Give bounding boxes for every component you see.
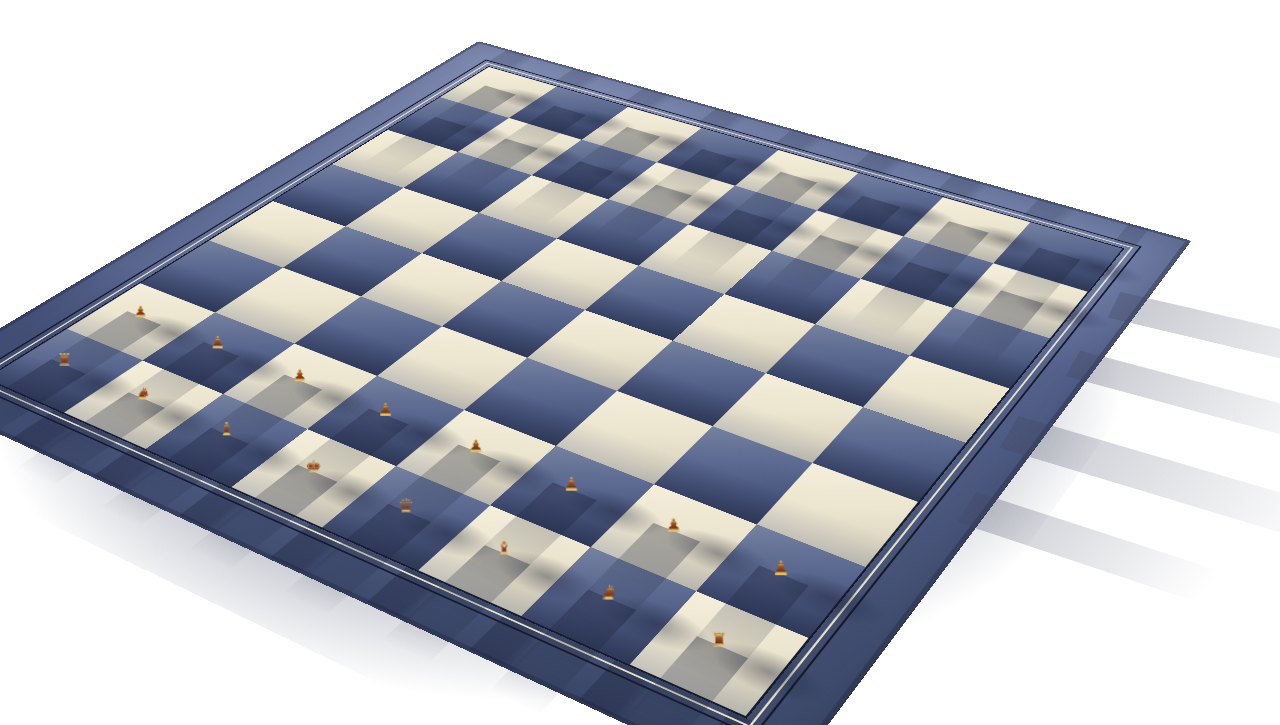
gold-rook-glyph: ♜ <box>527 630 912 651</box>
gold-king-glyph: ♚ <box>143 458 484 476</box>
silver-rook-glyph: ♜ <box>914 240 1201 255</box>
gold-pawn-glyph: ♟ <box>399 476 745 494</box>
silver-pawn-glyph: ♟ <box>872 283 1170 299</box>
gold-bishop-glyph: ♝ <box>60 421 392 439</box>
gold-pawn-glyph: ♟ <box>141 367 460 384</box>
chess-board: ♜♞♝♚♛♝♞♜♟♟♟♟♟♟♟♟♟♟♟♟♟♟♟♟♜♞♝♚♛♝♞♜ <box>0 41 1191 725</box>
gold-queen-glyph: ♛ <box>231 497 582 516</box>
piece-gloss-reflection <box>344 117 466 185</box>
scene: ♜♞♝♚♛♝♞♜♟♟♟♟♟♟♟♟♟♟♟♟♟♟♟♟♜♞♝♚♛♝♞♜ <box>0 0 1280 725</box>
silver-knight-glyph: ♞ <box>827 214 1107 229</box>
board-frame: ♜♞♝♚♛♝♞♜♟♟♟♟♟♟♟♟♟♟♟♟♟♟♟♟♜♞♝♚♛♝♞♜ <box>0 41 1191 725</box>
piece-gloss-reflection <box>417 139 538 210</box>
gold-knight-glyph: ♞ <box>422 583 795 603</box>
gold-pawn-glyph: ♟ <box>222 401 549 418</box>
gold-bishop-glyph: ♝ <box>323 539 685 558</box>
gold-pawn-glyph: ♟ <box>0 304 292 320</box>
silver-rook-glyph: ♜ <box>375 78 621 91</box>
piece-gloss-reflection <box>572 185 692 263</box>
gold-rook-glyph: ♜ <box>0 352 222 369</box>
gold-pawn-glyph: ♟ <box>63 335 374 352</box>
gold-pawn-glyph: ♟ <box>598 559 965 579</box>
square-e5[interactable] <box>442 281 585 358</box>
silver-pawn-glyph: ♟ <box>782 255 1072 270</box>
gold-pawn-glyph: ♟ <box>308 438 644 456</box>
gold-pawn-glyph: ♟ <box>496 516 852 535</box>
square-a5[interactable] <box>812 407 966 502</box>
gold-knight-glyph: ♞ <box>0 385 305 402</box>
